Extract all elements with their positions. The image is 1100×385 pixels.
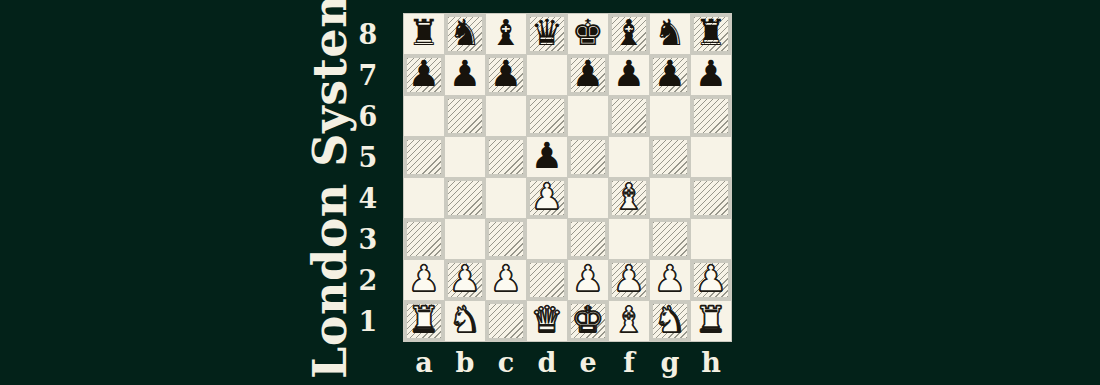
square-e8[interactable]: ♚ — [568, 14, 608, 54]
square-f8[interactable]: ♝ — [609, 14, 649, 54]
rank-label-8: 8 — [346, 14, 390, 54]
square-c6[interactable] — [486, 96, 526, 136]
file-label-c: c — [486, 341, 526, 383]
white-pawn-piece: ♟ — [695, 261, 727, 297]
white-queen-piece: ♛ — [531, 302, 563, 338]
white-pawn-piece: ♟ — [531, 179, 563, 215]
square-b4[interactable] — [445, 178, 485, 218]
black-pawn-piece: ♟ — [695, 56, 727, 92]
square-a6[interactable] — [404, 96, 444, 136]
square-d5[interactable]: ♟ — [527, 137, 567, 177]
rank-label-3: 3 — [346, 219, 390, 259]
square-c4[interactable] — [486, 178, 526, 218]
square-c1[interactable] — [486, 301, 526, 341]
black-rook-piece: ♜ — [695, 15, 727, 51]
square-b2[interactable]: ♟ — [445, 260, 485, 300]
black-pawn-piece: ♟ — [613, 56, 645, 92]
rank-label-1: 1 — [346, 301, 390, 341]
file-label-g: g — [650, 341, 690, 383]
square-g8[interactable]: ♞ — [650, 14, 690, 54]
white-pawn-piece: ♟ — [490, 261, 522, 297]
white-pawn-piece: ♟ — [572, 261, 604, 297]
square-e1[interactable]: ♚ — [568, 301, 608, 341]
square-c2[interactable]: ♟ — [486, 260, 526, 300]
square-a8[interactable]: ♜ — [404, 14, 444, 54]
file-label-e: e — [568, 341, 608, 383]
file-label-f: f — [609, 341, 649, 383]
white-knight-piece: ♞ — [449, 302, 481, 338]
square-b7[interactable]: ♟ — [445, 55, 485, 95]
square-c3[interactable] — [486, 219, 526, 259]
black-queen-piece: ♛ — [531, 15, 563, 51]
square-e6[interactable] — [568, 96, 608, 136]
rank-label-5: 5 — [346, 137, 390, 177]
rank-label-4: 4 — [346, 178, 390, 218]
square-h2[interactable]: ♟ — [691, 260, 731, 300]
square-d3[interactable] — [527, 219, 567, 259]
square-e7[interactable]: ♟ — [568, 55, 608, 95]
square-d7[interactable] — [527, 55, 567, 95]
square-a2[interactable]: ♟ — [404, 260, 444, 300]
square-f6[interactable] — [609, 96, 649, 136]
square-e4[interactable] — [568, 178, 608, 218]
square-g2[interactable]: ♟ — [650, 260, 690, 300]
file-labels: abcdefgh — [404, 341, 731, 383]
black-bishop-piece: ♝ — [613, 15, 645, 51]
file-label-h: h — [691, 341, 731, 383]
square-h6[interactable] — [691, 96, 731, 136]
white-pawn-piece: ♟ — [449, 261, 481, 297]
square-g5[interactable] — [650, 137, 690, 177]
black-knight-piece: ♞ — [654, 15, 686, 51]
square-b5[interactable] — [445, 137, 485, 177]
square-c5[interactable] — [486, 137, 526, 177]
rank-label-6: 6 — [346, 96, 390, 136]
square-f5[interactable] — [609, 137, 649, 177]
square-g4[interactable] — [650, 178, 690, 218]
square-h8[interactable]: ♜ — [691, 14, 731, 54]
chess-board: ♜♞♝♛♚♝♞♜♟♟♟♟♟♟♟♟♟♝♟♟♟♟♟♟♟♜♞♛♚♝♞♜ — [403, 13, 732, 342]
white-bishop-piece: ♝ — [613, 302, 645, 338]
square-f3[interactable] — [609, 219, 649, 259]
white-pawn-piece: ♟ — [408, 261, 440, 297]
rank-label-7: 7 — [346, 55, 390, 95]
black-rook-piece: ♜ — [408, 15, 440, 51]
black-pawn-piece: ♟ — [531, 138, 563, 174]
black-pawn-piece: ♟ — [490, 56, 522, 92]
square-h4[interactable] — [691, 178, 731, 218]
square-a3[interactable] — [404, 219, 444, 259]
square-b6[interactable] — [445, 96, 485, 136]
page-background: London System 87654321 ♜♞♝♛♚♝♞♜♟♟♟♟♟♟♟♟♟… — [0, 0, 1100, 385]
square-g1[interactable]: ♞ — [650, 301, 690, 341]
square-a4[interactable] — [404, 178, 444, 218]
square-b3[interactable] — [445, 219, 485, 259]
black-king-piece: ♚ — [572, 15, 604, 51]
black-pawn-piece: ♟ — [654, 56, 686, 92]
file-label-b: b — [445, 341, 485, 383]
white-knight-piece: ♞ — [654, 302, 686, 338]
square-g6[interactable] — [650, 96, 690, 136]
square-f4[interactable]: ♝ — [609, 178, 649, 218]
square-e2[interactable]: ♟ — [568, 260, 608, 300]
square-e5[interactable] — [568, 137, 608, 177]
black-bishop-piece: ♝ — [490, 15, 522, 51]
square-a7[interactable]: ♟ — [404, 55, 444, 95]
square-f2[interactable]: ♟ — [609, 260, 649, 300]
square-d6[interactable] — [527, 96, 567, 136]
square-b8[interactable]: ♞ — [445, 14, 485, 54]
square-d2[interactable] — [527, 260, 567, 300]
white-rook-piece: ♜ — [695, 302, 727, 338]
square-c7[interactable]: ♟ — [486, 55, 526, 95]
square-a5[interactable] — [404, 137, 444, 177]
square-h3[interactable] — [691, 219, 731, 259]
square-a1[interactable]: ♜ — [404, 301, 444, 341]
square-h7[interactable]: ♟ — [691, 55, 731, 95]
square-d4[interactable]: ♟ — [527, 178, 567, 218]
black-pawn-piece: ♟ — [449, 56, 481, 92]
black-knight-piece: ♞ — [449, 15, 481, 51]
white-king-piece: ♚ — [572, 302, 604, 338]
square-f1[interactable]: ♝ — [609, 301, 649, 341]
white-rook-piece: ♜ — [408, 302, 440, 338]
rank-labels: 87654321 — [346, 14, 390, 341]
black-pawn-piece: ♟ — [572, 56, 604, 92]
rank-label-2: 2 — [346, 260, 390, 300]
black-pawn-piece: ♟ — [408, 56, 440, 92]
square-h1[interactable]: ♜ — [691, 301, 731, 341]
square-d1[interactable]: ♛ — [527, 301, 567, 341]
white-pawn-piece: ♟ — [654, 261, 686, 297]
square-b1[interactable]: ♞ — [445, 301, 485, 341]
square-d8[interactable]: ♛ — [527, 14, 567, 54]
square-h5[interactable] — [691, 137, 731, 177]
square-g3[interactable] — [650, 219, 690, 259]
square-e3[interactable] — [568, 219, 608, 259]
square-f7[interactable]: ♟ — [609, 55, 649, 95]
square-c8[interactable]: ♝ — [486, 14, 526, 54]
file-label-a: a — [404, 341, 444, 383]
file-label-d: d — [527, 341, 567, 383]
square-g7[interactable]: ♟ — [650, 55, 690, 95]
white-bishop-piece: ♝ — [613, 179, 645, 215]
white-pawn-piece: ♟ — [613, 261, 645, 297]
